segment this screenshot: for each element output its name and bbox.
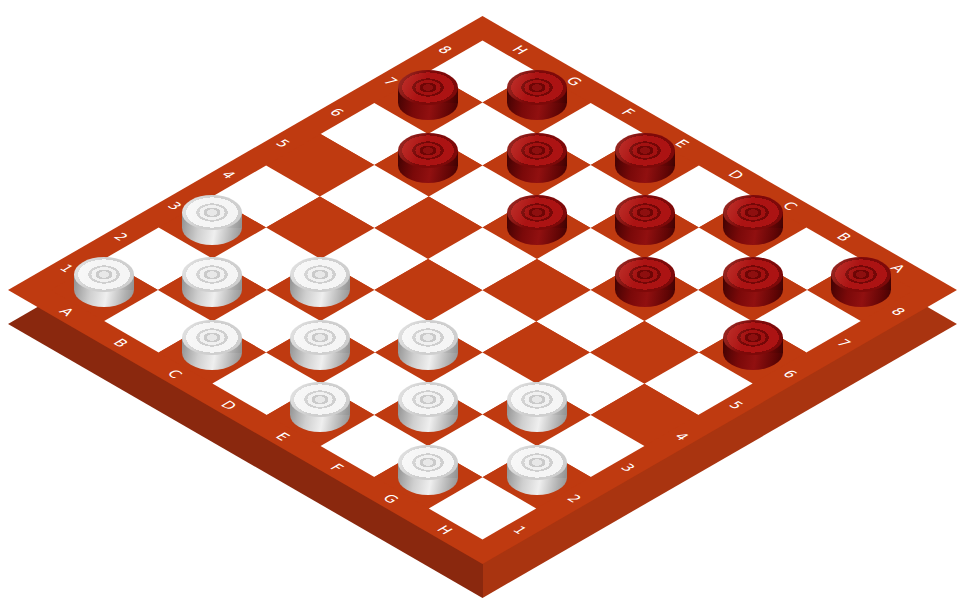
checker-red[interactable] <box>615 257 675 307</box>
checker-white[interactable] <box>74 257 134 307</box>
checker-red[interactable] <box>723 195 783 245</box>
checker-top-face <box>398 445 458 480</box>
checkers-board-scene: 12345678ABCDEFGHHGFEDCBA12345678 <box>0 0 966 606</box>
checker-red[interactable] <box>831 257 891 307</box>
checker-top-face <box>615 257 675 292</box>
checker-red[interactable] <box>507 70 567 120</box>
checker-top-face <box>507 195 567 230</box>
checker-white[interactable] <box>182 257 242 307</box>
checker-top-face <box>723 195 783 230</box>
checker-red[interactable] <box>398 70 458 120</box>
checker-white[interactable] <box>507 382 567 432</box>
checker-top-face <box>182 320 242 355</box>
checker-top-face <box>615 133 675 168</box>
board-top-face: 12345678ABCDEFGHHGFEDCBA12345678 <box>8 16 957 564</box>
checker-white[interactable] <box>290 382 350 432</box>
checker-red[interactable] <box>398 133 458 183</box>
checker-white[interactable] <box>398 382 458 432</box>
checker-white[interactable] <box>182 320 242 370</box>
checker-top-face <box>398 133 458 168</box>
checker-top-face <box>398 320 458 355</box>
checker-white[interactable] <box>290 257 350 307</box>
board-grid <box>50 40 914 539</box>
checker-white[interactable] <box>398 445 458 495</box>
checker-red[interactable] <box>615 133 675 183</box>
checker-top-face <box>507 133 567 168</box>
checker-white[interactable] <box>507 445 567 495</box>
checker-red[interactable] <box>615 195 675 245</box>
checker-top-face <box>831 257 891 292</box>
checker-red[interactable] <box>723 257 783 307</box>
checker-top-face <box>723 257 783 292</box>
checker-top-face <box>615 195 675 230</box>
checker-red[interactable] <box>723 320 783 370</box>
checker-white[interactable] <box>182 195 242 245</box>
checker-top-face <box>507 382 567 417</box>
checker-top-face <box>507 70 567 105</box>
checker-white[interactable] <box>398 320 458 370</box>
checker-white[interactable] <box>290 320 350 370</box>
checker-top-face <box>290 320 350 355</box>
checker-top-face <box>723 320 783 355</box>
checker-top-face <box>507 445 567 480</box>
checker-red[interactable] <box>507 195 567 245</box>
checker-red[interactable] <box>507 133 567 183</box>
